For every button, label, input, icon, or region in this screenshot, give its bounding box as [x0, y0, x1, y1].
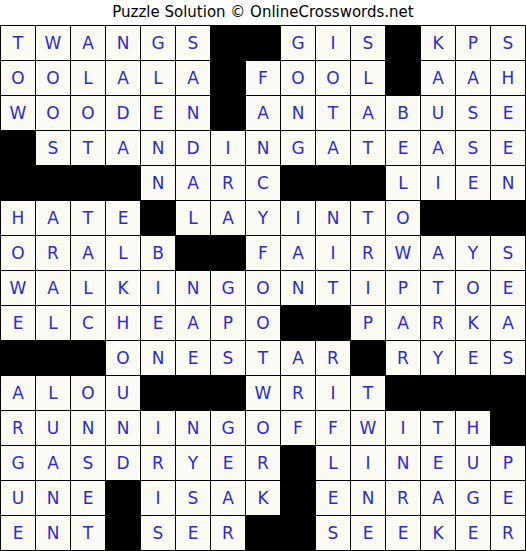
letter-cell: A: [36, 446, 70, 480]
letter-cell: E: [456, 516, 490, 550]
block-cell: [246, 26, 280, 60]
letter-cell: O: [456, 271, 490, 305]
letter-cell: T: [351, 376, 385, 410]
block-cell: [176, 376, 210, 410]
letter-cell: F: [246, 236, 280, 270]
block-cell: [316, 306, 350, 340]
letter-cell: U: [421, 96, 455, 130]
block-cell: [386, 61, 420, 95]
letter-cell: D: [106, 446, 140, 480]
letter-cell: E: [351, 516, 385, 550]
letter-cell: W: [246, 376, 280, 410]
letter-cell: R: [141, 446, 175, 480]
letter-cell: H: [1, 201, 35, 235]
letter-cell: W: [386, 236, 420, 270]
letter-cell: N: [351, 481, 385, 515]
letter-cell: E: [176, 341, 210, 375]
block-cell: [1, 166, 35, 200]
letter-cell: L: [351, 61, 385, 95]
letter-cell: A: [316, 131, 350, 165]
letter-cell: G: [281, 26, 315, 60]
letter-cell: N: [71, 411, 105, 445]
letter-cell: N: [106, 26, 140, 60]
block-cell: [351, 166, 385, 200]
letter-cell: R: [491, 516, 525, 550]
block-cell: [246, 516, 280, 550]
letter-cell: U: [36, 411, 70, 445]
letter-cell: P: [386, 271, 420, 305]
letter-cell: L: [71, 271, 105, 305]
letter-cell: I: [316, 236, 350, 270]
letter-cell: E: [1, 306, 35, 340]
block-cell: [281, 481, 315, 515]
letter-cell: A: [36, 271, 70, 305]
block-cell: [421, 376, 455, 410]
letter-cell: E: [141, 306, 175, 340]
block-cell: [141, 376, 175, 410]
letter-cell: F: [246, 61, 280, 95]
letter-cell: H: [456, 411, 490, 445]
letter-cell: G: [1, 446, 35, 480]
letter-cell: N: [36, 516, 70, 550]
letter-cell: G: [456, 481, 490, 515]
letter-cell: S: [491, 26, 525, 60]
letter-cell: S: [211, 341, 245, 375]
letter-cell: S: [491, 341, 525, 375]
letter-cell: O: [281, 61, 315, 95]
letter-cell: O: [246, 306, 280, 340]
letter-cell: C: [246, 166, 280, 200]
letter-cell: N: [246, 131, 280, 165]
letter-cell: O: [246, 411, 280, 445]
letter-cell: A: [211, 481, 245, 515]
letter-cell: D: [106, 96, 140, 130]
block-cell: [281, 306, 315, 340]
letter-cell: E: [491, 481, 525, 515]
letter-cell: P: [491, 446, 525, 480]
letter-cell: C: [71, 306, 105, 340]
letter-cell: N: [141, 341, 175, 375]
letter-cell: O: [1, 61, 35, 95]
letter-cell: T: [71, 516, 105, 550]
letter-cell: K: [246, 481, 280, 515]
letter-cell: R: [246, 446, 280, 480]
letter-cell: E: [141, 96, 175, 130]
letter-cell: E: [456, 166, 490, 200]
letter-cell: L: [386, 166, 420, 200]
letter-cell: E: [386, 516, 420, 550]
letter-cell: I: [141, 271, 175, 305]
letter-cell: A: [421, 481, 455, 515]
block-cell: [36, 341, 70, 375]
letter-cell: O: [246, 271, 280, 305]
letter-cell: E: [176, 516, 210, 550]
block-cell: [71, 341, 105, 375]
letter-cell: I: [386, 411, 420, 445]
letter-cell: S: [176, 26, 210, 60]
block-cell: [176, 236, 210, 270]
letter-cell: T: [316, 271, 350, 305]
letter-cell: E: [1, 516, 35, 550]
letter-cell: L: [36, 306, 70, 340]
letter-cell: T: [421, 411, 455, 445]
letter-cell: A: [106, 61, 140, 95]
letter-cell: N: [316, 201, 350, 235]
letter-cell: A: [421, 61, 455, 95]
letter-cell: L: [106, 236, 140, 270]
letter-cell: I: [316, 26, 350, 60]
letter-cell: T: [71, 201, 105, 235]
letter-cell: N: [491, 166, 525, 200]
letter-cell: T: [71, 131, 105, 165]
letter-cell: R: [386, 481, 420, 515]
letter-cell: S: [71, 446, 105, 480]
letter-cell: T: [1, 26, 35, 60]
puzzle-solution-page: Puzzle Solution © OnlineCrosswords.net T…: [0, 0, 526, 551]
block-cell: [456, 201, 490, 235]
letter-cell: B: [141, 236, 175, 270]
letter-cell: H: [491, 61, 525, 95]
letter-cell: T: [351, 131, 385, 165]
letter-cell: L: [71, 61, 105, 95]
letter-cell: G: [141, 26, 175, 60]
letter-cell: S: [456, 131, 490, 165]
letter-cell: A: [106, 131, 140, 165]
letter-cell: N: [176, 96, 210, 130]
letter-cell: Y: [246, 201, 280, 235]
letter-cell: A: [1, 376, 35, 410]
letter-cell: O: [316, 61, 350, 95]
letter-cell: I: [351, 271, 385, 305]
letter-cell: D: [176, 131, 210, 165]
letter-cell: E: [386, 131, 420, 165]
letter-cell: I: [421, 166, 455, 200]
letter-cell: L: [176, 201, 210, 235]
letter-cell: A: [386, 306, 420, 340]
letter-cell: R: [316, 341, 350, 375]
letter-cell: N: [281, 96, 315, 130]
letter-cell: F: [281, 411, 315, 445]
letter-cell: S: [316, 516, 350, 550]
letter-cell: A: [71, 236, 105, 270]
block-cell: [211, 96, 245, 130]
letter-cell: U: [456, 446, 490, 480]
letter-cell: G: [281, 131, 315, 165]
block-cell: [106, 166, 140, 200]
letter-cell: O: [386, 201, 420, 235]
letter-cell: I: [351, 446, 385, 480]
letter-cell: E: [316, 481, 350, 515]
letter-cell: F: [316, 411, 350, 445]
letter-cell: A: [421, 131, 455, 165]
letter-cell: N: [176, 411, 210, 445]
letter-cell: I: [316, 376, 350, 410]
letter-cell: P: [211, 306, 245, 340]
letter-cell: R: [421, 306, 455, 340]
block-cell: [281, 516, 315, 550]
letter-cell: W: [36, 26, 70, 60]
letter-cell: E: [71, 481, 105, 515]
letter-cell: W: [351, 411, 385, 445]
letter-cell: K: [421, 516, 455, 550]
letter-cell: N: [106, 411, 140, 445]
letter-cell: O: [1, 236, 35, 270]
block-cell: [421, 201, 455, 235]
letter-cell: A: [351, 96, 385, 130]
letter-cell: Y: [456, 236, 490, 270]
puzzle-title: Puzzle Solution © OnlineCrosswords.net: [0, 0, 526, 25]
letter-cell: A: [36, 201, 70, 235]
crossword-grid: TWANGSGISKPSOOLALAFOOLAAHWOODENANTABUSES…: [0, 25, 526, 551]
block-cell: [491, 201, 525, 235]
block-cell: [281, 166, 315, 200]
letter-cell: W: [1, 96, 35, 130]
letter-cell: R: [281, 376, 315, 410]
letter-cell: R: [36, 236, 70, 270]
letter-cell: G: [211, 271, 245, 305]
block-cell: [386, 26, 420, 60]
letter-cell: S: [491, 236, 525, 270]
letter-cell: R: [351, 236, 385, 270]
letter-cell: T: [421, 271, 455, 305]
letter-cell: E: [491, 271, 525, 305]
letter-cell: A: [421, 236, 455, 270]
letter-cell: L: [141, 61, 175, 95]
block-cell: [71, 166, 105, 200]
block-cell: [281, 446, 315, 480]
letter-cell: I: [281, 201, 315, 235]
letter-cell: K: [106, 271, 140, 305]
block-cell: [456, 376, 490, 410]
letter-cell: S: [456, 96, 490, 130]
letter-cell: A: [176, 166, 210, 200]
letter-cell: O: [36, 61, 70, 95]
letter-cell: E: [106, 201, 140, 235]
letter-cell: O: [71, 96, 105, 130]
letter-cell: R: [386, 341, 420, 375]
block-cell: [1, 131, 35, 165]
block-cell: [386, 376, 420, 410]
letter-cell: A: [211, 201, 245, 235]
block-cell: [141, 201, 175, 235]
letter-cell: N: [141, 131, 175, 165]
letter-cell: A: [246, 96, 280, 130]
letter-cell: P: [456, 26, 490, 60]
block-cell: [491, 411, 525, 445]
block-cell: [106, 516, 140, 550]
letter-cell: U: [106, 376, 140, 410]
letter-cell: A: [71, 26, 105, 60]
letter-cell: H: [106, 306, 140, 340]
letter-cell: T: [246, 341, 280, 375]
letter-cell: L: [316, 446, 350, 480]
letter-cell: W: [1, 271, 35, 305]
letter-cell: E: [211, 446, 245, 480]
letter-cell: P: [351, 306, 385, 340]
letter-cell: K: [421, 26, 455, 60]
letter-cell: E: [491, 96, 525, 130]
block-cell: [211, 26, 245, 60]
letter-cell: N: [36, 481, 70, 515]
letter-cell: N: [176, 271, 210, 305]
letter-cell: S: [351, 26, 385, 60]
block-cell: [211, 61, 245, 95]
letter-cell: A: [176, 306, 210, 340]
letter-cell: S: [141, 516, 175, 550]
letter-cell: B: [386, 96, 420, 130]
letter-cell: A: [176, 61, 210, 95]
letter-cell: A: [281, 236, 315, 270]
letter-cell: T: [316, 96, 350, 130]
letter-cell: I: [141, 481, 175, 515]
letter-cell: E: [491, 131, 525, 165]
letter-cell: R: [211, 516, 245, 550]
letter-cell: N: [281, 271, 315, 305]
letter-cell: A: [491, 306, 525, 340]
letter-cell: O: [106, 341, 140, 375]
letter-cell: S: [36, 131, 70, 165]
letter-cell: I: [141, 411, 175, 445]
block-cell: [211, 236, 245, 270]
letter-cell: S: [176, 481, 210, 515]
letter-cell: O: [71, 376, 105, 410]
letter-cell: N: [141, 166, 175, 200]
letter-cell: E: [456, 341, 490, 375]
letter-cell: O: [36, 96, 70, 130]
letter-cell: A: [281, 341, 315, 375]
block-cell: [106, 481, 140, 515]
letter-cell: R: [211, 166, 245, 200]
block-cell: [211, 376, 245, 410]
block-cell: [1, 341, 35, 375]
letter-cell: E: [421, 446, 455, 480]
block-cell: [36, 166, 70, 200]
letter-cell: K: [456, 306, 490, 340]
letter-cell: G: [211, 411, 245, 445]
letter-cell: L: [36, 376, 70, 410]
letter-cell: U: [1, 481, 35, 515]
letter-cell: Y: [176, 446, 210, 480]
block-cell: [491, 376, 525, 410]
block-cell: [351, 341, 385, 375]
letter-cell: Y: [421, 341, 455, 375]
letter-cell: R: [1, 411, 35, 445]
letter-cell: T: [351, 201, 385, 235]
letter-cell: A: [456, 61, 490, 95]
letter-cell: I: [211, 131, 245, 165]
letter-cell: N: [386, 446, 420, 480]
block-cell: [316, 166, 350, 200]
